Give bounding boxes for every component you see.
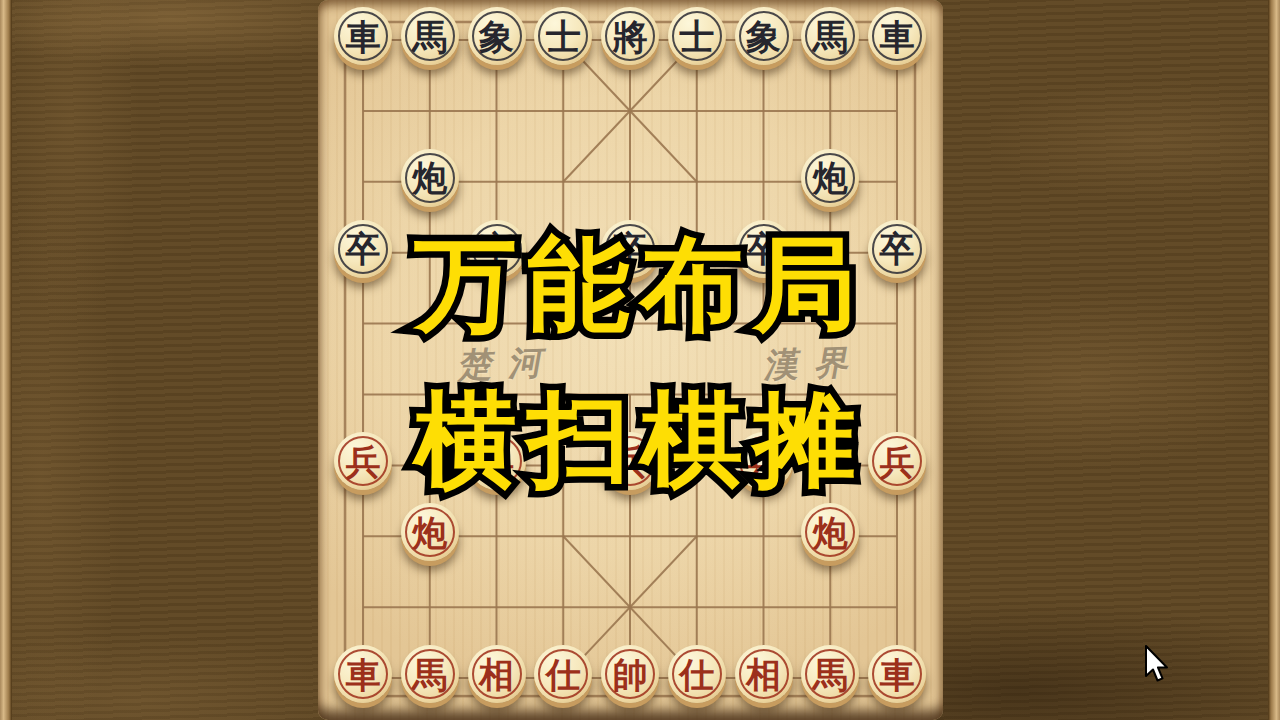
piece-glyph: 車 (868, 7, 926, 65)
piece-glyph: 士 (668, 7, 726, 65)
piece-red-general[interactable]: 帥 (601, 645, 659, 703)
piece-black-advisor[interactable]: 士 (534, 7, 592, 65)
piece-red-horse[interactable]: 馬 (401, 645, 459, 703)
piece-glyph: 象 (468, 7, 526, 65)
piece-glyph: 馬 (801, 645, 859, 703)
piece-glyph: 車 (334, 7, 392, 65)
piece-black-cannon[interactable]: 炮 (401, 149, 459, 207)
mouse-cursor-icon (1143, 645, 1171, 687)
piece-glyph: 車 (868, 645, 926, 703)
xiangqi-board[interactable]: 楚河 漢界 車馬象士將士象馬車炮炮卒卒卒卒卒兵兵兵兵兵炮炮車馬相仕帥仕相馬車 (318, 0, 943, 720)
piece-glyph: 炮 (801, 503, 859, 561)
piece-red-elephant[interactable]: 相 (468, 645, 526, 703)
piece-red-chariot[interactable]: 車 (868, 645, 926, 703)
caption-line-2-text: 横扫棋摊 (0, 388, 1280, 491)
piece-black-general[interactable]: 將 (601, 7, 659, 65)
piece-black-advisor[interactable]: 士 (668, 7, 726, 65)
piece-black-horse[interactable]: 馬 (401, 7, 459, 65)
video-frame: 楚河 漢界 車馬象士將士象馬車炮炮卒卒卒卒卒兵兵兵兵兵炮炮車馬相仕帥仕相馬車 万… (0, 0, 1280, 720)
piece-glyph: 馬 (801, 7, 859, 65)
piece-glyph: 象 (735, 7, 793, 65)
piece-black-cannon[interactable]: 炮 (801, 149, 859, 207)
piece-black-chariot[interactable]: 車 (334, 7, 392, 65)
piece-glyph: 馬 (401, 7, 459, 65)
piece-red-cannon[interactable]: 炮 (801, 503, 859, 561)
piece-glyph: 帥 (601, 645, 659, 703)
piece-glyph: 相 (735, 645, 793, 703)
piece-black-elephant[interactable]: 象 (468, 7, 526, 65)
piece-black-horse[interactable]: 馬 (801, 7, 859, 65)
right-wood-edge (1268, 0, 1280, 720)
piece-black-elephant[interactable]: 象 (735, 7, 793, 65)
piece-red-cannon[interactable]: 炮 (401, 503, 459, 561)
piece-glyph: 士 (534, 7, 592, 65)
piece-red-elephant[interactable]: 相 (735, 645, 793, 703)
left-wood-edge (0, 0, 12, 720)
piece-black-chariot[interactable]: 車 (868, 7, 926, 65)
piece-glyph: 炮 (401, 149, 459, 207)
piece-glyph: 馬 (401, 645, 459, 703)
piece-red-horse[interactable]: 馬 (801, 645, 859, 703)
piece-glyph: 仕 (534, 645, 592, 703)
piece-glyph: 炮 (401, 503, 459, 561)
piece-glyph: 將 (601, 7, 659, 65)
piece-glyph: 炮 (801, 149, 859, 207)
piece-glyph: 相 (468, 645, 526, 703)
piece-red-chariot[interactable]: 車 (334, 645, 392, 703)
piece-red-advisor[interactable]: 仕 (534, 645, 592, 703)
caption-line-1-text: 万能布局 (0, 233, 1280, 336)
piece-red-advisor[interactable]: 仕 (668, 645, 726, 703)
piece-glyph: 車 (334, 645, 392, 703)
piece-glyph: 仕 (668, 645, 726, 703)
